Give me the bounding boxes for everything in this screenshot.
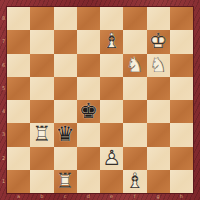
square-g2[interactable]: [147, 147, 170, 170]
square-h8[interactable]: [170, 7, 193, 30]
square-h5[interactable]: [170, 77, 193, 100]
square-h6[interactable]: [170, 54, 193, 77]
square-g8[interactable]: [147, 7, 170, 30]
square-e2[interactable]: ♟♙: [100, 147, 123, 170]
square-a7[interactable]: [7, 30, 30, 53]
white-rook[interactable]: ♜♖: [30, 123, 53, 146]
chess-board-frame: ♝♗♚♔♞♘♞♘♚♜♖♛♟♙♜♖♝♗ abcdefgh12345678: [0, 0, 200, 200]
square-c2[interactable]: [54, 147, 77, 170]
square-a4[interactable]: [7, 100, 30, 123]
square-d4[interactable]: ♚: [77, 100, 100, 123]
square-e8[interactable]: [100, 7, 123, 30]
file-label-b: b: [30, 194, 53, 199]
square-c7[interactable]: [54, 30, 77, 53]
square-a3[interactable]: [7, 123, 30, 146]
square-f5[interactable]: [123, 77, 146, 100]
file-label-g: g: [147, 194, 170, 199]
white-bishop-outline: ♗: [100, 30, 123, 53]
square-b5[interactable]: [30, 77, 53, 100]
file-label-d: d: [77, 194, 100, 199]
square-a2[interactable]: [7, 147, 30, 170]
square-c8[interactable]: [54, 7, 77, 30]
square-a6[interactable]: [7, 54, 30, 77]
square-g3[interactable]: [147, 123, 170, 146]
square-c1[interactable]: ♜♖: [54, 170, 77, 193]
square-b7[interactable]: [30, 30, 53, 53]
square-c5[interactable]: [54, 77, 77, 100]
square-d2[interactable]: [77, 147, 100, 170]
square-f4[interactable]: [123, 100, 146, 123]
chess-board: ♝♗♚♔♞♘♞♘♚♜♖♛♟♙♜♖♝♗: [7, 7, 193, 193]
white-knight-outline: ♘: [147, 54, 170, 77]
square-h1[interactable]: [170, 170, 193, 193]
square-h7[interactable]: [170, 30, 193, 53]
rank-label-6: 6: [1, 63, 6, 68]
white-pawn-outline: ♙: [100, 147, 123, 170]
rank-label-5: 5: [1, 86, 6, 91]
square-h4[interactable]: [170, 100, 193, 123]
rank-label-3: 3: [1, 132, 6, 137]
white-king[interactable]: ♚♔: [147, 30, 170, 53]
file-label-c: c: [54, 194, 77, 199]
square-a5[interactable]: [7, 77, 30, 100]
square-d7[interactable]: [77, 30, 100, 53]
square-f6[interactable]: ♞♘: [123, 54, 146, 77]
square-f3[interactable]: [123, 123, 146, 146]
square-g6[interactable]: ♞♘: [147, 54, 170, 77]
white-bishop[interactable]: ♝♗: [123, 170, 146, 193]
square-c4[interactable]: [54, 100, 77, 123]
square-d1[interactable]: [77, 170, 100, 193]
square-g4[interactable]: [147, 100, 170, 123]
square-d3[interactable]: [77, 123, 100, 146]
square-e4[interactable]: [100, 100, 123, 123]
square-d5[interactable]: [77, 77, 100, 100]
square-b6[interactable]: [30, 54, 53, 77]
square-h3[interactable]: [170, 123, 193, 146]
square-b4[interactable]: [30, 100, 53, 123]
square-g5[interactable]: [147, 77, 170, 100]
rank-label-8: 8: [1, 16, 6, 21]
white-bishop[interactable]: ♝♗: [100, 30, 123, 53]
square-g7[interactable]: ♚♔: [147, 30, 170, 53]
file-label-a: a: [7, 194, 30, 199]
square-b8[interactable]: [30, 7, 53, 30]
square-f7[interactable]: [123, 30, 146, 53]
square-a8[interactable]: [7, 7, 30, 30]
white-bishop-outline: ♗: [123, 170, 146, 193]
black-queen-glyph: ♛: [54, 123, 77, 146]
square-e1[interactable]: [100, 170, 123, 193]
white-rook-outline: ♖: [54, 170, 77, 193]
square-b1[interactable]: [30, 170, 53, 193]
square-f2[interactable]: [123, 147, 146, 170]
white-knight-outline: ♘: [123, 54, 146, 77]
square-g1[interactable]: [147, 170, 170, 193]
square-h2[interactable]: [170, 147, 193, 170]
square-b2[interactable]: [30, 147, 53, 170]
square-c3[interactable]: ♛: [54, 123, 77, 146]
file-label-e: e: [100, 194, 123, 199]
square-e5[interactable]: [100, 77, 123, 100]
square-c6[interactable]: [54, 54, 77, 77]
square-b3[interactable]: ♜♖: [30, 123, 53, 146]
square-e3[interactable]: [100, 123, 123, 146]
white-rook-outline: ♖: [30, 123, 53, 146]
white-knight[interactable]: ♞♘: [123, 54, 146, 77]
white-rook[interactable]: ♜♖: [54, 170, 77, 193]
rank-label-4: 4: [1, 109, 6, 114]
rank-label-2: 2: [1, 156, 6, 161]
square-d6[interactable]: [77, 54, 100, 77]
file-label-h: h: [170, 194, 193, 199]
white-king-outline: ♔: [147, 30, 170, 53]
square-a1[interactable]: [7, 170, 30, 193]
square-f1[interactable]: ♝♗: [123, 170, 146, 193]
black-king[interactable]: ♚: [77, 100, 100, 123]
white-knight[interactable]: ♞♘: [147, 54, 170, 77]
black-queen[interactable]: ♛: [54, 123, 77, 146]
square-d8[interactable]: [77, 7, 100, 30]
file-label-f: f: [123, 194, 146, 199]
square-e6[interactable]: [100, 54, 123, 77]
square-e7[interactable]: ♝♗: [100, 30, 123, 53]
rank-label-7: 7: [1, 39, 6, 44]
rank-label-1: 1: [1, 179, 6, 184]
square-f8[interactable]: [123, 7, 146, 30]
black-king-glyph: ♚: [77, 100, 100, 123]
white-pawn[interactable]: ♟♙: [100, 147, 123, 170]
